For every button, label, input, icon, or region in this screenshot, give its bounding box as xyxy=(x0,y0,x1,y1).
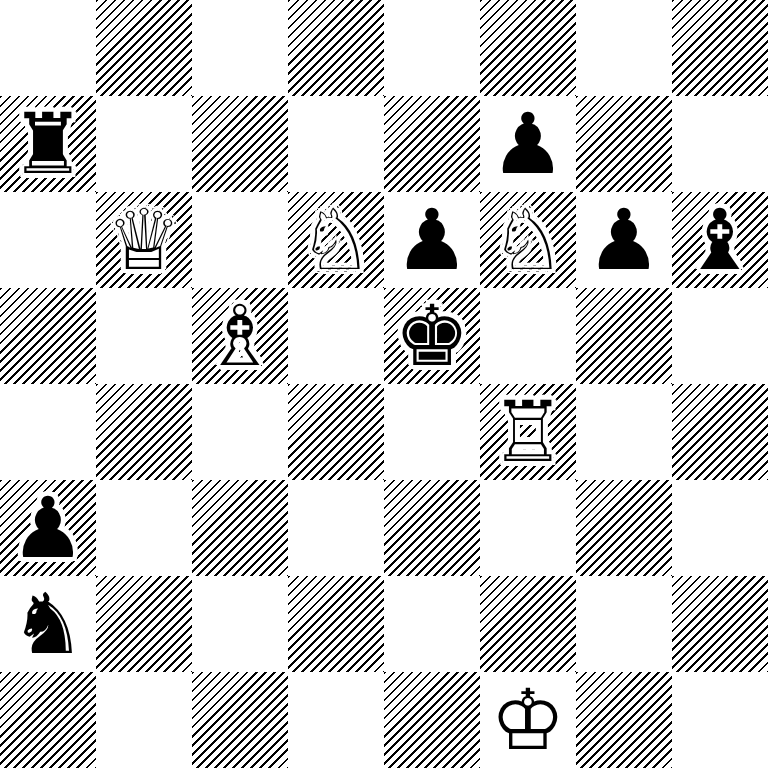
square-e3[interactable] xyxy=(384,480,480,576)
square-a3[interactable]: ♟ xyxy=(0,480,96,576)
piece-black-rook[interactable]: ♜ xyxy=(10,96,85,192)
piece-white-king[interactable]: ♔ xyxy=(490,672,565,768)
square-d2[interactable] xyxy=(288,576,384,672)
square-b6[interactable]: ♕ xyxy=(96,192,192,288)
square-c5[interactable]: ♗ xyxy=(192,288,288,384)
piece-black-king[interactable]: ♚ xyxy=(394,288,469,384)
square-h4[interactable] xyxy=(672,384,768,480)
square-d6[interactable]: ♘ xyxy=(288,192,384,288)
square-h5[interactable] xyxy=(672,288,768,384)
square-c2[interactable] xyxy=(192,576,288,672)
square-d8[interactable] xyxy=(288,0,384,96)
square-f2[interactable] xyxy=(480,576,576,672)
square-d7[interactable] xyxy=(288,96,384,192)
square-h7[interactable] xyxy=(672,96,768,192)
square-g5[interactable] xyxy=(576,288,672,384)
square-f3[interactable] xyxy=(480,480,576,576)
square-a2[interactable]: ♞ xyxy=(0,576,96,672)
piece-black-knight[interactable]: ♞ xyxy=(10,576,85,672)
piece-black-pawn[interactable]: ♟ xyxy=(10,480,85,576)
square-f7[interactable]: ♟ xyxy=(480,96,576,192)
square-a6[interactable] xyxy=(0,192,96,288)
square-h6[interactable]: ♝ xyxy=(672,192,768,288)
square-g1[interactable] xyxy=(576,672,672,768)
piece-black-pawn[interactable]: ♟ xyxy=(490,96,565,192)
square-h8[interactable] xyxy=(672,0,768,96)
square-c4[interactable] xyxy=(192,384,288,480)
square-f4[interactable]: ♖ xyxy=(480,384,576,480)
square-g4[interactable] xyxy=(576,384,672,480)
square-e1[interactable] xyxy=(384,672,480,768)
square-e4[interactable] xyxy=(384,384,480,480)
square-a7[interactable]: ♜ xyxy=(0,96,96,192)
square-c7[interactable] xyxy=(192,96,288,192)
square-f6[interactable]: ♘ xyxy=(480,192,576,288)
square-b1[interactable] xyxy=(96,672,192,768)
square-e6[interactable]: ♟ xyxy=(384,192,480,288)
piece-black-bishop[interactable]: ♝ xyxy=(682,192,757,288)
square-f8[interactable] xyxy=(480,0,576,96)
square-g6[interactable]: ♟ xyxy=(576,192,672,288)
piece-white-knight[interactable]: ♘ xyxy=(298,192,373,288)
square-b7[interactable] xyxy=(96,96,192,192)
square-g3[interactable] xyxy=(576,480,672,576)
square-f1[interactable]: ♔ xyxy=(480,672,576,768)
square-h2[interactable] xyxy=(672,576,768,672)
square-a5[interactable] xyxy=(0,288,96,384)
square-b4[interactable] xyxy=(96,384,192,480)
square-a8[interactable] xyxy=(0,0,96,96)
piece-white-rook[interactable]: ♖ xyxy=(490,384,565,480)
piece-black-pawn[interactable]: ♟ xyxy=(586,192,661,288)
square-d5[interactable] xyxy=(288,288,384,384)
square-c6[interactable] xyxy=(192,192,288,288)
square-g7[interactable] xyxy=(576,96,672,192)
square-c8[interactable] xyxy=(192,0,288,96)
chess-board: ♜♟♕♘♟♘♟♝♗♚♖♟♞♔ xyxy=(0,0,768,768)
square-h3[interactable] xyxy=(672,480,768,576)
square-b5[interactable] xyxy=(96,288,192,384)
piece-white-bishop[interactable]: ♗ xyxy=(202,288,277,384)
square-b2[interactable] xyxy=(96,576,192,672)
piece-white-queen[interactable]: ♕ xyxy=(106,192,181,288)
square-g8[interactable] xyxy=(576,0,672,96)
square-d1[interactable] xyxy=(288,672,384,768)
square-c3[interactable] xyxy=(192,480,288,576)
piece-white-knight[interactable]: ♘ xyxy=(490,192,565,288)
square-f5[interactable] xyxy=(480,288,576,384)
square-d4[interactable] xyxy=(288,384,384,480)
square-c1[interactable] xyxy=(192,672,288,768)
square-e7[interactable] xyxy=(384,96,480,192)
square-b3[interactable] xyxy=(96,480,192,576)
square-a4[interactable] xyxy=(0,384,96,480)
square-a1[interactable] xyxy=(0,672,96,768)
square-g2[interactable] xyxy=(576,576,672,672)
square-d3[interactable] xyxy=(288,480,384,576)
square-h1[interactable] xyxy=(672,672,768,768)
square-e8[interactable] xyxy=(384,0,480,96)
square-e2[interactable] xyxy=(384,576,480,672)
piece-black-pawn[interactable]: ♟ xyxy=(394,192,469,288)
square-e5[interactable]: ♚ xyxy=(384,288,480,384)
square-b8[interactable] xyxy=(96,0,192,96)
